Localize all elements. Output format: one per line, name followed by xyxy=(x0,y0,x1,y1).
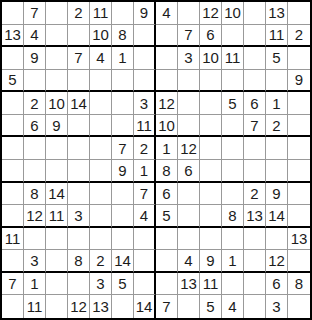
cell-r5c13: 1 xyxy=(266,92,288,115)
cell-r6c7: 11 xyxy=(134,115,156,138)
cell-r9c8: 6 xyxy=(156,183,178,206)
cell-r10c1[interactable] xyxy=(2,205,24,228)
cell-r13c2: 1 xyxy=(24,273,46,296)
cell-r1c7: 9 xyxy=(134,2,156,25)
cell-r12c9: 4 xyxy=(178,250,200,273)
cell-r8c8: 8 xyxy=(156,160,178,183)
cell-r9c7: 7 xyxy=(134,183,156,206)
cell-r8c2[interactable] xyxy=(24,160,46,183)
cell-r7c9: 12 xyxy=(178,137,200,160)
cell-r2c4[interactable] xyxy=(68,25,90,48)
cell-r11c1: 11 xyxy=(2,228,24,251)
cell-r4c1: 5 xyxy=(2,70,24,93)
cell-r8c9: 6 xyxy=(178,160,200,183)
cell-r5c9[interactable] xyxy=(178,92,200,115)
cell-r1c14[interactable] xyxy=(288,2,310,25)
cell-r3c13: 5 xyxy=(266,47,288,70)
cell-r9c6[interactable] xyxy=(112,183,134,206)
cell-r14c2: 11 xyxy=(24,295,46,318)
cell-r11c7[interactable] xyxy=(134,228,156,251)
cell-r7c14[interactable] xyxy=(288,137,310,160)
cell-r5c8: 12 xyxy=(156,92,178,115)
cell-r6c5[interactable] xyxy=(90,115,112,138)
cell-r2c10: 6 xyxy=(200,25,222,48)
cell-r12c10: 9 xyxy=(200,250,222,273)
cell-r4c3[interactable] xyxy=(46,70,68,93)
cell-r5c12: 6 xyxy=(244,92,266,115)
cell-r11c4[interactable] xyxy=(68,228,90,251)
cell-r9c5[interactable] xyxy=(90,183,112,206)
cell-r4c5[interactable] xyxy=(90,70,112,93)
cell-r1c13: 13 xyxy=(266,2,288,25)
cell-r2c12[interactable] xyxy=(244,25,266,48)
cell-r7c6: 7 xyxy=(112,137,134,160)
cell-r4c12[interactable] xyxy=(244,70,266,93)
cell-r10c9[interactable] xyxy=(178,205,200,228)
cell-r12c11: 1 xyxy=(222,250,244,273)
cell-r12c14[interactable] xyxy=(288,250,310,273)
cell-r3c7[interactable] xyxy=(134,47,156,70)
cell-r2c13: 11 xyxy=(266,25,288,48)
cell-r1c1[interactable] xyxy=(2,2,24,25)
cell-r7c12[interactable] xyxy=(244,137,266,160)
cell-r9c2: 8 xyxy=(24,183,46,206)
cell-r1c9[interactable] xyxy=(178,2,200,25)
cell-r2c2: 4 xyxy=(24,25,46,48)
cell-r2c9: 7 xyxy=(178,25,200,48)
cell-r9c1[interactable] xyxy=(2,183,24,206)
cell-r5c3: 10 xyxy=(46,92,68,115)
cell-r13c14: 8 xyxy=(288,273,310,296)
cell-r3c12[interactable] xyxy=(244,47,266,70)
cell-r5c1[interactable] xyxy=(2,92,24,115)
cell-r8c5[interactable] xyxy=(90,160,112,183)
cell-r3c14[interactable] xyxy=(288,47,310,70)
cell-r14c1[interactable] xyxy=(2,295,24,318)
cell-r14c5: 13 xyxy=(90,295,112,318)
cell-r13c10: 11 xyxy=(200,273,222,296)
cell-r12c5: 2 xyxy=(90,250,112,273)
cell-r4c14: 9 xyxy=(288,70,310,93)
cell-r6c1[interactable] xyxy=(2,115,24,138)
cell-r5c4: 14 xyxy=(68,92,90,115)
cell-r1c3[interactable] xyxy=(46,2,68,25)
cell-r4c7[interactable] xyxy=(134,70,156,93)
cell-r13c6: 5 xyxy=(112,273,134,296)
cell-r8c13[interactable] xyxy=(266,160,288,183)
cell-r9c14[interactable] xyxy=(288,183,310,206)
cell-r1c8: 4 xyxy=(156,2,178,25)
cell-r1c2: 7 xyxy=(24,2,46,25)
cell-r12c7[interactable] xyxy=(134,250,156,273)
cell-r3c3[interactable] xyxy=(46,47,68,70)
cell-r13c11[interactable] xyxy=(222,273,244,296)
cell-r7c4[interactable] xyxy=(68,137,90,160)
cell-r11c6[interactable] xyxy=(112,228,134,251)
cell-r9c9[interactable] xyxy=(178,183,200,206)
cell-r13c4[interactable] xyxy=(68,273,90,296)
cell-r13c7[interactable] xyxy=(134,273,156,296)
cell-r12c2: 3 xyxy=(24,250,46,273)
cell-r8c14[interactable] xyxy=(288,160,310,183)
cell-r13c1: 7 xyxy=(2,273,24,296)
cell-r2c6: 8 xyxy=(112,25,134,48)
cell-r6c2: 6 xyxy=(24,115,46,138)
cell-r3c9: 3 xyxy=(178,47,200,70)
cell-r11c3[interactable] xyxy=(46,228,68,251)
cell-r7c3[interactable] xyxy=(46,137,68,160)
cell-r4c2[interactable] xyxy=(24,70,46,93)
cell-r6c11[interactable] xyxy=(222,115,244,138)
cell-r8c4[interactable] xyxy=(68,160,90,183)
cell-r10c8: 5 xyxy=(156,205,178,228)
cell-r14c3[interactable] xyxy=(46,295,68,318)
cell-r7c2[interactable] xyxy=(24,137,46,160)
cell-r14c9[interactable] xyxy=(178,295,200,318)
cell-r9c10[interactable] xyxy=(200,183,222,206)
cell-r2c8[interactable] xyxy=(156,25,178,48)
cell-r12c8[interactable] xyxy=(156,250,178,273)
cell-r10c11: 8 xyxy=(222,205,244,228)
cell-r6c10[interactable] xyxy=(200,115,222,138)
cell-r10c2: 12 xyxy=(24,205,46,228)
cell-r9c4[interactable] xyxy=(68,183,90,206)
cell-r10c10[interactable] xyxy=(200,205,222,228)
cell-r12c13: 12 xyxy=(266,250,288,273)
cell-r6c9[interactable] xyxy=(178,115,200,138)
cell-r14c8: 7 xyxy=(156,295,178,318)
cell-r10c7: 4 xyxy=(134,205,156,228)
cell-r13c12[interactable] xyxy=(244,273,266,296)
cell-r10c5[interactable] xyxy=(90,205,112,228)
cell-r8c12[interactable] xyxy=(244,160,266,183)
cell-r11c14: 13 xyxy=(288,228,310,251)
cell-r4c4[interactable] xyxy=(68,70,90,93)
cell-r10c14[interactable] xyxy=(288,205,310,228)
cell-r9c12: 2 xyxy=(244,183,266,206)
cell-r11c13[interactable] xyxy=(266,228,288,251)
cell-r4c10[interactable] xyxy=(200,70,222,93)
cell-r4c11[interactable] xyxy=(222,70,244,93)
cell-r12c6: 14 xyxy=(112,250,134,273)
cell-r2c7[interactable] xyxy=(134,25,156,48)
cell-r6c8: 10 xyxy=(156,115,178,138)
cell-r8c1[interactable] xyxy=(2,160,24,183)
cell-r10c12: 13 xyxy=(244,205,266,228)
cell-r12c12[interactable] xyxy=(244,250,266,273)
cell-r7c8: 1 xyxy=(156,137,178,160)
cell-r1c5: 11 xyxy=(90,2,112,25)
cell-r7c1[interactable] xyxy=(2,137,24,160)
cell-r13c3[interactable] xyxy=(46,273,68,296)
cell-r7c10[interactable] xyxy=(200,137,222,160)
cell-r3c8[interactable] xyxy=(156,47,178,70)
cell-r4c6[interactable] xyxy=(112,70,134,93)
cell-r6c3: 9 xyxy=(46,115,68,138)
cell-r2c5: 10 xyxy=(90,25,112,48)
cell-r7c13[interactable] xyxy=(266,137,288,160)
cell-r9c3: 14 xyxy=(46,183,68,206)
cell-r3c1[interactable] xyxy=(2,47,24,70)
cell-r6c12: 7 xyxy=(244,115,266,138)
cell-r2c3[interactable] xyxy=(46,25,68,48)
cell-r14c4: 12 xyxy=(68,295,90,318)
cell-r1c11: 10 xyxy=(222,2,244,25)
cell-r11c12[interactable] xyxy=(244,228,266,251)
cell-r10c4: 3 xyxy=(68,205,90,228)
cell-r2c1: 13 xyxy=(2,25,24,48)
cell-r11c11[interactable] xyxy=(222,228,244,251)
cell-r4c9[interactable] xyxy=(178,70,200,93)
cell-r14c11: 4 xyxy=(222,295,244,318)
cell-r14c12[interactable] xyxy=(244,295,266,318)
cell-r13c8[interactable] xyxy=(156,273,178,296)
cell-r8c11[interactable] xyxy=(222,160,244,183)
cell-r3c6: 1 xyxy=(112,47,134,70)
cell-r4c8[interactable] xyxy=(156,70,178,93)
cell-r3c4: 7 xyxy=(68,47,90,70)
cell-r7c11[interactable] xyxy=(222,137,244,160)
cell-r1c10: 12 xyxy=(200,2,222,25)
cell-r5c5[interactable] xyxy=(90,92,112,115)
cell-r11c9[interactable] xyxy=(178,228,200,251)
cell-r7c5[interactable] xyxy=(90,137,112,160)
cell-r6c6[interactable] xyxy=(112,115,134,138)
cell-r2c14: 2 xyxy=(288,25,310,48)
cell-r3c10: 10 xyxy=(200,47,222,70)
cell-r4c13[interactable] xyxy=(266,70,288,93)
cell-r1c4: 2 xyxy=(68,2,90,25)
cell-r11c5[interactable] xyxy=(90,228,112,251)
cell-r13c13: 6 xyxy=(266,273,288,296)
cell-r5c11: 5 xyxy=(222,92,244,115)
cell-r12c1[interactable] xyxy=(2,250,24,273)
cell-r8c3[interactable] xyxy=(46,160,68,183)
cell-r9c11[interactable] xyxy=(222,183,244,206)
cell-r5c10[interactable] xyxy=(200,92,222,115)
cell-r13c5: 3 xyxy=(90,273,112,296)
cell-r5c2: 2 xyxy=(24,92,46,115)
cell-r14c6[interactable] xyxy=(112,295,134,318)
cell-r1c12[interactable] xyxy=(244,2,266,25)
cell-r14c13: 3 xyxy=(266,295,288,318)
cell-r5c7: 3 xyxy=(134,92,156,115)
cell-r8c7: 1 xyxy=(134,160,156,183)
cell-r12c3[interactable] xyxy=(46,250,68,273)
cell-r6c4[interactable] xyxy=(68,115,90,138)
cell-r3c11: 11 xyxy=(222,47,244,70)
sudoku-board: 7211941210131341087611297413101155921014… xyxy=(0,0,312,320)
cell-r3c5: 4 xyxy=(90,47,112,70)
cell-r1c6[interactable] xyxy=(112,2,134,25)
cell-r14c10: 5 xyxy=(200,295,222,318)
cell-r8c6: 9 xyxy=(112,160,134,183)
cell-r8c10[interactable] xyxy=(200,160,222,183)
cell-r11c8[interactable] xyxy=(156,228,178,251)
cell-r13c9: 13 xyxy=(178,273,200,296)
cell-r10c3: 11 xyxy=(46,205,68,228)
cell-r10c13: 14 xyxy=(266,205,288,228)
cell-r14c14[interactable] xyxy=(288,295,310,318)
cell-r11c2[interactable] xyxy=(24,228,46,251)
cell-r6c14[interactable] xyxy=(288,115,310,138)
cell-r14c7: 14 xyxy=(134,295,156,318)
cell-r5c14[interactable] xyxy=(288,92,310,115)
cell-r7c7: 2 xyxy=(134,137,156,160)
cell-r3c2: 9 xyxy=(24,47,46,70)
cell-r5c6[interactable] xyxy=(112,92,134,115)
cell-r2c11[interactable] xyxy=(222,25,244,48)
cell-r12c4: 8 xyxy=(68,250,90,273)
cell-r6c13: 2 xyxy=(266,115,288,138)
cell-r11c10[interactable] xyxy=(200,228,222,251)
cell-r10c6[interactable] xyxy=(112,205,134,228)
cell-r9c13: 9 xyxy=(266,183,288,206)
